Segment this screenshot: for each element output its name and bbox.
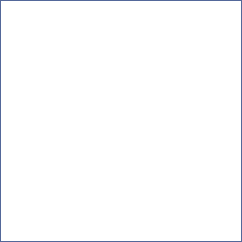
- chess-board: [0, 0, 242, 242]
